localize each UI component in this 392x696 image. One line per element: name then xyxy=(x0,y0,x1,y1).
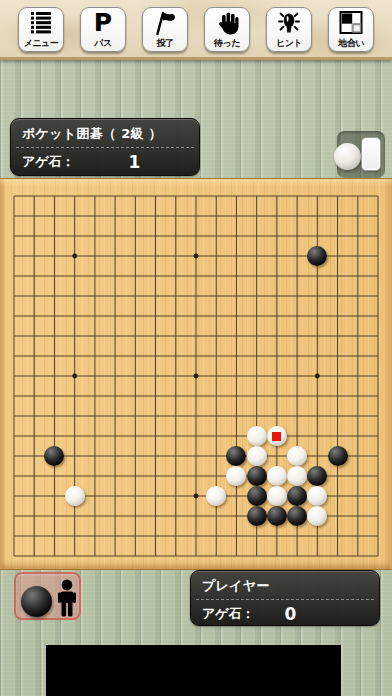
hint-button[interactable]: ヒント xyxy=(266,7,312,52)
white-stone xyxy=(247,446,267,466)
white-stone xyxy=(247,426,267,446)
white-stone xyxy=(267,486,287,506)
star-point xyxy=(194,254,199,259)
black-stone xyxy=(247,466,267,486)
white-player-indicator xyxy=(337,131,385,178)
star-point xyxy=(315,374,320,379)
star-point xyxy=(194,494,199,499)
toolbar: メニュー P パス 投了 待った xyxy=(0,0,392,60)
black-player-badge xyxy=(14,572,81,620)
board-grid xyxy=(0,179,392,569)
white-stone-icon xyxy=(334,143,361,170)
player-captures-value: 0 xyxy=(285,600,297,628)
hint-button-label: ヒント xyxy=(276,37,302,50)
opponent-panel: ポケット囲碁（ 2級 ） アゲ石： 1 xyxy=(10,118,200,176)
black-stone xyxy=(247,506,267,526)
undo-button-label: 待った xyxy=(214,37,240,50)
black-stone xyxy=(267,506,287,526)
black-stone xyxy=(247,486,267,506)
pass-button-label: パス xyxy=(94,37,111,50)
hand-icon xyxy=(213,9,241,37)
player-title: プレイヤー xyxy=(191,571,379,599)
estimate-button[interactable]: 地合い xyxy=(328,7,374,52)
menu-list-icon xyxy=(27,9,55,37)
ad-banner xyxy=(46,645,341,696)
menu-button-label: メニュー xyxy=(24,37,59,50)
white-stone xyxy=(287,446,307,466)
player-panel: プレイヤー アゲ石： 0 xyxy=(190,570,380,626)
lightbulb-icon xyxy=(275,9,303,37)
star-point xyxy=(72,254,77,259)
player-captures-label: アゲ石： xyxy=(202,600,255,628)
star-point xyxy=(194,374,199,379)
pass-button[interactable]: P パス xyxy=(80,7,126,52)
device-card-icon xyxy=(361,137,381,171)
last-move-marker xyxy=(272,432,281,441)
letter-p-icon: P xyxy=(94,9,112,37)
white-stone xyxy=(267,466,287,486)
resign-button-label: 投了 xyxy=(157,37,174,50)
app-screen: メニュー P パス 投了 待った xyxy=(0,0,392,696)
person-icon xyxy=(54,579,80,617)
go-board[interactable] xyxy=(0,178,392,570)
star-point xyxy=(72,374,77,379)
territory-icon xyxy=(337,9,365,37)
undo-button[interactable]: 待った xyxy=(204,7,250,52)
opponent-captures-label: アゲ石： xyxy=(22,148,75,176)
opponent-title: ポケット囲碁（ 2級 ） xyxy=(11,119,199,147)
opponent-captures-value: 1 xyxy=(129,148,141,176)
black-stone-icon xyxy=(21,586,52,617)
white-stone xyxy=(287,466,307,486)
resign-button[interactable]: 投了 xyxy=(142,7,188,52)
estimate-button-label: 地合い xyxy=(338,37,364,50)
black-stone xyxy=(287,506,307,526)
menu-button[interactable]: メニュー xyxy=(18,7,64,52)
flag-icon xyxy=(151,9,179,37)
white-stone xyxy=(65,486,85,506)
black-stone xyxy=(328,446,348,466)
black-stone xyxy=(287,486,307,506)
